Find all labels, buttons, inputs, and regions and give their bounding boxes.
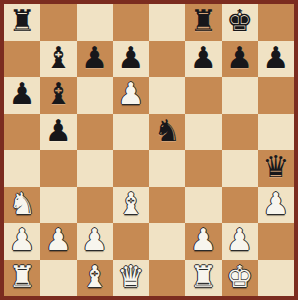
square-g1[interactable]: ♚ <box>222 260 258 297</box>
white-queen: ♛ <box>117 262 144 292</box>
square-b7[interactable]: ♝ <box>40 41 76 78</box>
square-a3[interactable]: ♞ <box>4 187 40 224</box>
square-h1[interactable] <box>258 260 294 297</box>
square-d1[interactable]: ♛ <box>113 260 149 297</box>
square-g3[interactable] <box>222 187 258 224</box>
square-e2[interactable] <box>149 223 185 260</box>
square-c6[interactable] <box>77 77 113 114</box>
black-rook: ♜ <box>190 6 217 36</box>
square-g4[interactable] <box>222 150 258 187</box>
square-f4[interactable] <box>185 150 221 187</box>
black-rook: ♜ <box>9 6 36 36</box>
black-pawn: ♟ <box>117 43 144 73</box>
square-c1[interactable]: ♝ <box>77 260 113 297</box>
square-b5[interactable]: ♟ <box>40 114 76 151</box>
black-pawn: ♟ <box>45 116 72 146</box>
square-f7[interactable]: ♟ <box>185 41 221 78</box>
square-e1[interactable] <box>149 260 185 297</box>
square-h3[interactable]: ♟ <box>258 187 294 224</box>
black-bishop: ♝ <box>45 79 72 109</box>
square-h7[interactable]: ♟ <box>258 41 294 78</box>
white-pawn: ♟ <box>117 79 144 109</box>
square-a7[interactable] <box>4 41 40 78</box>
square-b6[interactable]: ♝ <box>40 77 76 114</box>
white-rook: ♜ <box>9 262 36 292</box>
square-h5[interactable] <box>258 114 294 151</box>
square-g2[interactable]: ♟ <box>222 223 258 260</box>
square-h8[interactable] <box>258 4 294 41</box>
square-a6[interactable]: ♟ <box>4 77 40 114</box>
square-f5[interactable] <box>185 114 221 151</box>
square-c5[interactable] <box>77 114 113 151</box>
square-e4[interactable] <box>149 150 185 187</box>
white-pawn: ♟ <box>262 189 289 219</box>
black-bishop: ♝ <box>45 43 72 73</box>
square-c8[interactable] <box>77 4 113 41</box>
square-a2[interactable]: ♟ <box>4 223 40 260</box>
square-a1[interactable]: ♜ <box>4 260 40 297</box>
square-e3[interactable] <box>149 187 185 224</box>
square-d8[interactable] <box>113 4 149 41</box>
white-bishop: ♝ <box>117 189 144 219</box>
square-c2[interactable]: ♟ <box>77 223 113 260</box>
square-h4[interactable]: ♛ <box>258 150 294 187</box>
square-g7[interactable]: ♟ <box>222 41 258 78</box>
black-knight: ♞ <box>154 116 181 146</box>
square-g5[interactable] <box>222 114 258 151</box>
square-d5[interactable] <box>113 114 149 151</box>
square-f3[interactable] <box>185 187 221 224</box>
square-c4[interactable] <box>77 150 113 187</box>
square-e5[interactable]: ♞ <box>149 114 185 151</box>
square-e8[interactable] <box>149 4 185 41</box>
square-c7[interactable]: ♟ <box>77 41 113 78</box>
square-d7[interactable]: ♟ <box>113 41 149 78</box>
square-f1[interactable]: ♜ <box>185 260 221 297</box>
black-pawn: ♟ <box>81 43 108 73</box>
square-f6[interactable] <box>185 77 221 114</box>
white-pawn: ♟ <box>9 225 36 255</box>
black-pawn: ♟ <box>262 43 289 73</box>
white-pawn: ♟ <box>190 225 217 255</box>
square-b8[interactable] <box>40 4 76 41</box>
square-b1[interactable] <box>40 260 76 297</box>
square-f8[interactable]: ♜ <box>185 4 221 41</box>
white-knight: ♞ <box>9 189 36 219</box>
white-rook: ♜ <box>190 262 217 292</box>
square-d4[interactable] <box>113 150 149 187</box>
square-h6[interactable] <box>258 77 294 114</box>
square-c3[interactable] <box>77 187 113 224</box>
white-pawn: ♟ <box>226 225 253 255</box>
black-pawn: ♟ <box>190 43 217 73</box>
white-pawn: ♟ <box>45 225 72 255</box>
square-b3[interactable] <box>40 187 76 224</box>
white-bishop: ♝ <box>81 262 108 292</box>
square-d6[interactable]: ♟ <box>113 77 149 114</box>
white-king: ♚ <box>226 262 253 292</box>
black-pawn: ♟ <box>226 43 253 73</box>
black-queen: ♛ <box>262 152 289 182</box>
square-h2[interactable] <box>258 223 294 260</box>
square-a5[interactable] <box>4 114 40 151</box>
black-pawn: ♟ <box>9 79 36 109</box>
chess-board-frame: ♜♜♚♝♟♟♟♟♟♟♝♟♟♞♛♞♝♟♟♟♟♟♟♜♝♛♜♚ <box>0 0 298 300</box>
square-d3[interactable]: ♝ <box>113 187 149 224</box>
square-e7[interactable] <box>149 41 185 78</box>
square-a4[interactable] <box>4 150 40 187</box>
white-pawn: ♟ <box>81 225 108 255</box>
square-e6[interactable] <box>149 77 185 114</box>
square-b2[interactable]: ♟ <box>40 223 76 260</box>
square-d2[interactable] <box>113 223 149 260</box>
square-g8[interactable]: ♚ <box>222 4 258 41</box>
black-king: ♚ <box>226 6 253 36</box>
square-f2[interactable]: ♟ <box>185 223 221 260</box>
square-g6[interactable] <box>222 77 258 114</box>
square-b4[interactable] <box>40 150 76 187</box>
chess-board: ♜♜♚♝♟♟♟♟♟♟♝♟♟♞♛♞♝♟♟♟♟♟♟♜♝♛♜♚ <box>4 4 294 296</box>
square-a8[interactable]: ♜ <box>4 4 40 41</box>
